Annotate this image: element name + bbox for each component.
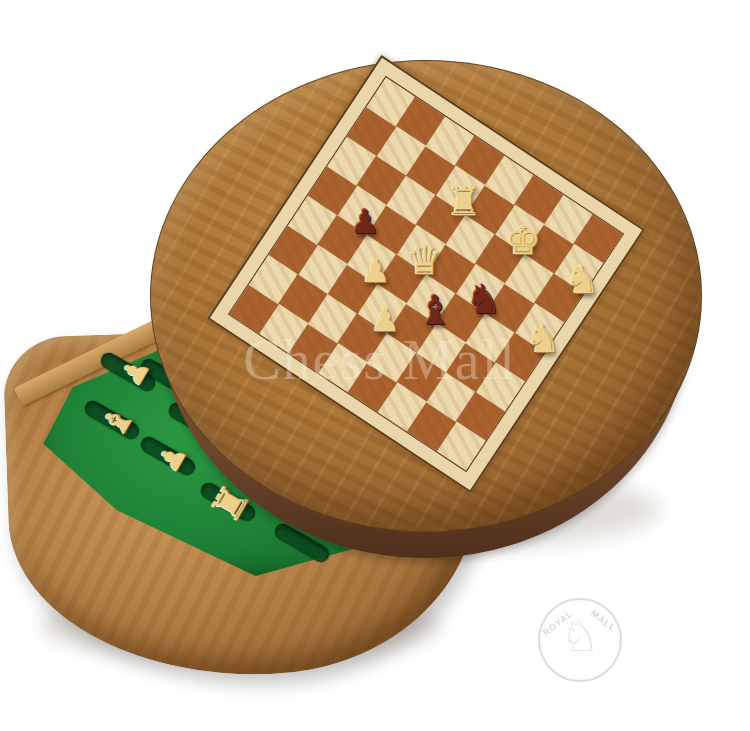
chess-piece-glyph: ♝ (417, 290, 453, 330)
piece-wQ-d5: ♛ (400, 243, 449, 292)
logo-star-left: * (538, 644, 542, 653)
chess-piece-glyph: ♟ (361, 254, 391, 287)
chess-piece-glyph: ♞ (466, 280, 502, 320)
logo-star-right: * (618, 640, 622, 649)
piece-wP-c4: ♟ (351, 253, 400, 302)
chess-piece-glyph: ♜ (446, 181, 482, 221)
chess-piece-glyph: ♛ (407, 240, 443, 280)
piece-bB-e4: ♝ (410, 292, 459, 341)
piece-wK-f7: ♚ (498, 223, 547, 272)
piece-bP-b5: ♟ (341, 204, 390, 253)
piece-bN-f5: ♞ (459, 282, 508, 331)
chess-piece-glyph: ♟ (351, 205, 381, 238)
seller-logo-stamp: ♘ ROYAL MALL * * (532, 592, 628, 688)
piece-wP-d3: ♟ (361, 302, 410, 351)
chess-piece-glyph: ♞ (525, 319, 561, 359)
chess-piece-glyph: ♚ (505, 220, 541, 260)
chess-piece-glyph: ♟ (371, 303, 401, 336)
product-photo-stage: ♟♝♟♟♜♝ ♜♚♞♟♛♞♞♟♝♟ Chess Mall ♘ ROYAL MAL… (0, 0, 750, 731)
piece-wR-d7: ♜ (439, 184, 488, 233)
chess-piece-glyph: ♞ (564, 260, 600, 300)
